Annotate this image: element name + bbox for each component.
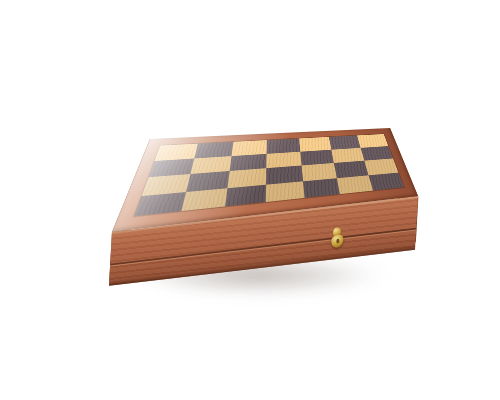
checker-cell bbox=[303, 178, 340, 198]
brass-clasp bbox=[330, 226, 345, 249]
checker-cell bbox=[134, 192, 186, 217]
checker-cell bbox=[337, 175, 373, 194]
checker-cell bbox=[225, 184, 266, 206]
product-photo-stage bbox=[0, 0, 500, 400]
checker-cell bbox=[266, 181, 304, 202]
checker-cell bbox=[368, 172, 404, 190]
checker-cell bbox=[182, 188, 228, 211]
